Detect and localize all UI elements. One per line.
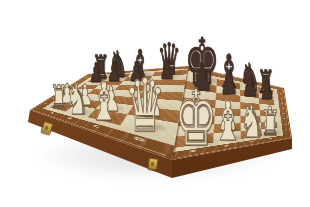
chess-set-photo: AABBCCDD12345678 EEFFGGHH12345678 ♜♞♝♛♚♝… [0, 0, 310, 207]
piece-white-knight-b1[interactable]: ♞ [66, 78, 89, 120]
piece-white-bishop-c1[interactable]: ♝ [89, 75, 118, 128]
pieces-layer: ♜♞♝♛♚♝♞♜♟♟♟♟♟♟♟♟♟♟♟♟♟♟♟♟♜♞♝♛♚♝♞♜ [0, 0, 310, 207]
piece-white-king-e1[interactable]: ♚ [174, 80, 217, 157]
piece-white-queen-d1[interactable]: ♛ [125, 68, 166, 142]
